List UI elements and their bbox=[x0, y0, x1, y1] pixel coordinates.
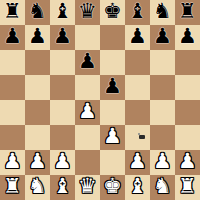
square-c8[interactable]: ♝ bbox=[50, 0, 75, 25]
white-king[interactable]: ♚ bbox=[103, 175, 122, 199]
white-rook[interactable]: ♜ bbox=[3, 175, 22, 199]
white-knight[interactable]: ♞ bbox=[153, 175, 172, 199]
square-e4[interactable] bbox=[100, 100, 125, 125]
black-pawn[interactable]: ♟ bbox=[28, 25, 47, 49]
black-bishop[interactable]: ♝ bbox=[53, 0, 72, 24]
black-pawn[interactable]: ♟ bbox=[178, 25, 197, 49]
square-a8[interactable]: ♜ bbox=[0, 0, 25, 25]
square-e8[interactable]: ♚ bbox=[100, 0, 125, 25]
square-g6[interactable] bbox=[150, 50, 175, 75]
square-c7[interactable]: ♟ bbox=[50, 25, 75, 50]
black-pawn[interactable]: ♟ bbox=[78, 50, 97, 74]
square-d3[interactable] bbox=[75, 125, 100, 150]
square-e6[interactable] bbox=[100, 50, 125, 75]
square-g3[interactable] bbox=[150, 125, 175, 150]
square-g7[interactable]: ♟ bbox=[150, 25, 175, 50]
square-g8[interactable]: ♞ bbox=[150, 0, 175, 25]
square-f1[interactable]: ♝ bbox=[125, 175, 150, 200]
white-knight[interactable]: ♞ bbox=[28, 175, 47, 199]
square-g5[interactable] bbox=[150, 75, 175, 100]
white-bishop[interactable]: ♝ bbox=[128, 175, 147, 199]
square-b4[interactable] bbox=[25, 100, 50, 125]
black-pawn[interactable]: ♟ bbox=[3, 25, 22, 49]
white-pawn[interactable]: ♟ bbox=[153, 150, 172, 174]
square-g1[interactable]: ♞ bbox=[150, 175, 175, 200]
black-bishop[interactable]: ♝ bbox=[128, 0, 147, 24]
square-a4[interactable] bbox=[0, 100, 25, 125]
square-e1[interactable]: ♚ bbox=[100, 175, 125, 200]
square-b1[interactable]: ♞ bbox=[25, 175, 50, 200]
square-g4[interactable] bbox=[150, 100, 175, 125]
square-d8[interactable]: ♛ bbox=[75, 0, 100, 25]
square-d1[interactable]: ♛ bbox=[75, 175, 100, 200]
square-d7[interactable] bbox=[75, 25, 100, 50]
white-pawn[interactable]: ♟ bbox=[28, 150, 47, 174]
square-f5[interactable] bbox=[125, 75, 150, 100]
square-c3[interactable] bbox=[50, 125, 75, 150]
square-b2[interactable]: ♟ bbox=[25, 150, 50, 175]
white-rook[interactable]: ♜ bbox=[178, 175, 197, 199]
square-f2[interactable]: ♟ bbox=[125, 150, 150, 175]
black-knight[interactable]: ♞ bbox=[28, 0, 47, 24]
square-h1[interactable]: ♜ bbox=[175, 175, 200, 200]
white-pawn[interactable]: ♟ bbox=[178, 150, 197, 174]
chess-board: ♜♞♝♛♚♝♞♜♟♟♟♟♟♟♟♟♟♟♟♟♟♟♟♟♜♞♝♛♚♝♞♜ bbox=[0, 0, 200, 200]
black-pawn[interactable]: ♟ bbox=[103, 75, 122, 99]
square-a6[interactable] bbox=[0, 50, 25, 75]
square-h6[interactable] bbox=[175, 50, 200, 75]
square-d6[interactable]: ♟ bbox=[75, 50, 100, 75]
square-a1[interactable]: ♜ bbox=[0, 175, 25, 200]
square-c2[interactable]: ♟ bbox=[50, 150, 75, 175]
square-h8[interactable]: ♜ bbox=[175, 0, 200, 25]
black-pawn[interactable]: ♟ bbox=[53, 25, 72, 49]
square-h7[interactable]: ♟ bbox=[175, 25, 200, 50]
square-b6[interactable] bbox=[25, 50, 50, 75]
white-pawn[interactable]: ♟ bbox=[78, 100, 97, 124]
square-f8[interactable]: ♝ bbox=[125, 0, 150, 25]
white-pawn[interactable]: ♟ bbox=[103, 125, 122, 149]
square-e2[interactable] bbox=[100, 150, 125, 175]
square-e3[interactable]: ♟ bbox=[100, 125, 125, 150]
black-rook[interactable]: ♜ bbox=[178, 0, 197, 24]
square-a7[interactable]: ♟ bbox=[0, 25, 25, 50]
square-g2[interactable]: ♟ bbox=[150, 150, 175, 175]
black-rook[interactable]: ♜ bbox=[3, 0, 22, 24]
square-a3[interactable] bbox=[0, 125, 25, 150]
black-queen[interactable]: ♛ bbox=[78, 0, 97, 24]
square-b3[interactable] bbox=[25, 125, 50, 150]
white-queen[interactable]: ♛ bbox=[78, 175, 97, 199]
square-e7[interactable] bbox=[100, 25, 125, 50]
black-king[interactable]: ♚ bbox=[103, 0, 122, 24]
black-pawn[interactable]: ♟ bbox=[153, 25, 172, 49]
square-d2[interactable] bbox=[75, 150, 100, 175]
square-e5[interactable]: ♟ bbox=[100, 75, 125, 100]
square-h3[interactable] bbox=[175, 125, 200, 150]
square-c5[interactable] bbox=[50, 75, 75, 100]
square-h5[interactable] bbox=[175, 75, 200, 100]
white-pawn[interactable]: ♟ bbox=[128, 150, 147, 174]
square-c6[interactable] bbox=[50, 50, 75, 75]
square-f3[interactable] bbox=[125, 125, 150, 150]
white-pawn[interactable]: ♟ bbox=[3, 150, 22, 174]
square-h4[interactable] bbox=[175, 100, 200, 125]
square-c1[interactable]: ♝ bbox=[50, 175, 75, 200]
square-d4[interactable]: ♟ bbox=[75, 100, 100, 125]
mouse-cursor bbox=[139, 135, 145, 139]
square-f4[interactable] bbox=[125, 100, 150, 125]
square-a5[interactable] bbox=[0, 75, 25, 100]
white-bishop[interactable]: ♝ bbox=[53, 175, 72, 199]
square-b7[interactable]: ♟ bbox=[25, 25, 50, 50]
black-knight[interactable]: ♞ bbox=[153, 0, 172, 24]
square-h2[interactable]: ♟ bbox=[175, 150, 200, 175]
white-pawn[interactable]: ♟ bbox=[53, 150, 72, 174]
black-pawn[interactable]: ♟ bbox=[128, 25, 147, 49]
square-b8[interactable]: ♞ bbox=[25, 0, 50, 25]
square-c4[interactable] bbox=[50, 100, 75, 125]
square-a2[interactable]: ♟ bbox=[0, 150, 25, 175]
square-b5[interactable] bbox=[25, 75, 50, 100]
square-f7[interactable]: ♟ bbox=[125, 25, 150, 50]
square-d5[interactable] bbox=[75, 75, 100, 100]
square-f6[interactable] bbox=[125, 50, 150, 75]
